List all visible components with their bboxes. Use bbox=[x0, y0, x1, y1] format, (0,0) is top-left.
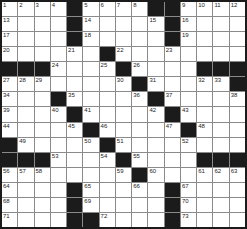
clue-number-12: 12 bbox=[231, 2, 238, 9]
cell-r7-c11[interactable]: 37 bbox=[165, 92, 180, 106]
cell-r9-c10[interactable] bbox=[148, 123, 163, 137]
clue-number-45: 45 bbox=[68, 123, 75, 130]
cell-r4-c15[interactable] bbox=[230, 47, 245, 61]
cell-r6-c1[interactable]: 27 bbox=[2, 77, 17, 91]
cell-r8-c14[interactable] bbox=[213, 107, 228, 121]
clue-number-40: 40 bbox=[52, 107, 59, 114]
cell-r9-c5[interactable]: 45 bbox=[67, 123, 82, 137]
cell-r5-c14 bbox=[213, 62, 228, 76]
cell-r12-c15[interactable]: 63 bbox=[230, 168, 245, 182]
cell-r3-c12[interactable]: 19 bbox=[181, 32, 196, 46]
cell-r11-c7[interactable]: 54 bbox=[100, 153, 115, 167]
cell-r10-c14[interactable] bbox=[213, 138, 228, 152]
clue-number-36: 36 bbox=[133, 92, 140, 99]
cell-r6-c8[interactable]: 30 bbox=[116, 77, 131, 91]
cell-r9-c15[interactable] bbox=[230, 123, 245, 137]
cell-r1-c13[interactable]: 10 bbox=[197, 2, 212, 16]
cell-r2-c14[interactable] bbox=[213, 17, 228, 31]
cell-r2-c13[interactable] bbox=[197, 17, 212, 31]
cell-r7-c13[interactable] bbox=[197, 92, 212, 106]
clue-number-35: 35 bbox=[68, 92, 75, 99]
cell-r1-c1[interactable]: 1 bbox=[2, 2, 17, 16]
cell-r4-c7 bbox=[100, 47, 115, 61]
clue-number-70: 70 bbox=[182, 198, 189, 205]
cell-r9-c4[interactable] bbox=[51, 123, 66, 137]
cell-r10-c11[interactable] bbox=[165, 138, 180, 152]
clue-number-37: 37 bbox=[166, 92, 173, 99]
cell-r9-c11[interactable]: 47 bbox=[165, 123, 180, 137]
cell-r9-c13[interactable]: 48 bbox=[197, 123, 212, 137]
cell-r4-c14[interactable] bbox=[213, 47, 228, 61]
cell-r15-c4[interactable] bbox=[51, 213, 66, 227]
cell-r2-c11 bbox=[165, 17, 180, 31]
clue-number-27: 27 bbox=[3, 77, 10, 84]
cell-r14-c6[interactable]: 69 bbox=[83, 198, 98, 212]
cell-r5-c3 bbox=[35, 62, 50, 76]
cell-r7-c6[interactable] bbox=[83, 92, 98, 106]
clue-number-3: 3 bbox=[36, 2, 39, 9]
clue-number-69: 69 bbox=[84, 198, 91, 205]
clue-number-41: 41 bbox=[84, 107, 91, 114]
cell-r15-c1[interactable]: 71 bbox=[2, 213, 17, 227]
cell-r11-c10[interactable] bbox=[148, 153, 163, 167]
cell-r8-c11 bbox=[165, 107, 180, 121]
cell-r14-c4[interactable] bbox=[51, 198, 66, 212]
cell-r3-c15[interactable] bbox=[230, 32, 245, 46]
clue-number-29: 29 bbox=[36, 77, 43, 84]
cell-r7-c10 bbox=[148, 92, 163, 106]
cell-r3-c6[interactable]: 18 bbox=[83, 32, 98, 46]
cell-r8-c15[interactable] bbox=[230, 107, 245, 121]
clue-number-20: 20 bbox=[3, 47, 10, 54]
clue-number-38: 38 bbox=[231, 92, 238, 99]
cell-r5-c8 bbox=[116, 62, 131, 76]
cell-r15-c14[interactable] bbox=[213, 213, 228, 227]
cell-r14-c1[interactable]: 68 bbox=[2, 198, 17, 212]
cell-r15-c13[interactable] bbox=[197, 213, 212, 227]
clue-number-34: 34 bbox=[3, 92, 10, 99]
clue-number-25: 25 bbox=[101, 62, 108, 69]
cell-r14-c9[interactable] bbox=[132, 198, 147, 212]
cell-r7-c14[interactable] bbox=[213, 92, 228, 106]
cell-r3-c8[interactable] bbox=[116, 32, 131, 46]
cell-r8-c13[interactable] bbox=[197, 107, 212, 121]
cell-r1-c4[interactable]: 4 bbox=[51, 2, 66, 16]
clue-number-50: 50 bbox=[84, 138, 91, 145]
cell-r15-c11 bbox=[165, 213, 180, 227]
clue-number-6: 6 bbox=[101, 2, 104, 9]
clue-number-53: 53 bbox=[52, 153, 59, 160]
cell-r10-c6[interactable]: 50 bbox=[83, 138, 98, 152]
cell-r4-c2[interactable] bbox=[18, 47, 33, 61]
cell-r1-c10 bbox=[148, 2, 163, 16]
cell-r15-c15[interactable] bbox=[230, 213, 245, 227]
cell-r6-c10[interactable]: 31 bbox=[148, 77, 163, 91]
cell-r11-c9[interactable]: 55 bbox=[132, 153, 147, 167]
clue-number-16: 16 bbox=[182, 17, 189, 24]
cell-r5-c10[interactable] bbox=[148, 62, 163, 76]
cell-r13-c8[interactable] bbox=[116, 183, 131, 197]
clue-number-55: 55 bbox=[133, 153, 140, 160]
cell-r2-c3[interactable] bbox=[35, 17, 50, 31]
cell-r3-c3[interactable] bbox=[35, 32, 50, 46]
cell-r8-c12[interactable]: 43 bbox=[181, 107, 196, 121]
cell-r1-c7[interactable]: 6 bbox=[100, 2, 115, 16]
clue-number-10: 10 bbox=[198, 2, 205, 9]
cell-r5-c15 bbox=[230, 62, 245, 76]
cell-r2-c10[interactable]: 15 bbox=[148, 17, 163, 31]
cell-r5-c4[interactable]: 24 bbox=[51, 62, 66, 76]
cell-r9-c3[interactable] bbox=[35, 123, 50, 137]
cell-r10-c8[interactable]: 51 bbox=[116, 138, 131, 152]
cell-r7-c15[interactable]: 38 bbox=[230, 92, 245, 106]
cell-r15-c3[interactable] bbox=[35, 213, 50, 227]
cell-r15-c7[interactable]: 72 bbox=[100, 213, 115, 227]
cell-r11-c2 bbox=[18, 153, 33, 167]
cell-r9-c8[interactable] bbox=[116, 123, 131, 137]
cell-r6-c6[interactable] bbox=[83, 77, 98, 91]
cell-r8-c7[interactable] bbox=[100, 107, 115, 121]
cell-r13-c10[interactable] bbox=[148, 183, 163, 197]
cell-r2-c2[interactable] bbox=[18, 17, 33, 31]
cell-r3-c5 bbox=[67, 32, 82, 46]
cell-r15-c9[interactable] bbox=[132, 213, 147, 227]
clue-number-42: 42 bbox=[149, 107, 156, 114]
cell-r12-c9 bbox=[132, 168, 147, 182]
clue-number-30: 30 bbox=[117, 77, 124, 84]
clue-number-9: 9 bbox=[182, 2, 185, 9]
cell-r4-c5[interactable]: 21 bbox=[67, 47, 82, 61]
cell-r14-c14[interactable] bbox=[213, 198, 228, 212]
cell-r5-c1 bbox=[2, 62, 17, 76]
cell-r10-c9[interactable] bbox=[132, 138, 147, 152]
cell-r10-c13[interactable] bbox=[197, 138, 212, 152]
cell-r2-c1[interactable]: 13 bbox=[2, 17, 17, 31]
cell-r13-c2[interactable] bbox=[18, 183, 33, 197]
cell-r4-c9[interactable] bbox=[132, 47, 147, 61]
cell-r12-c7[interactable] bbox=[100, 168, 115, 182]
cell-r12-c2[interactable]: 57 bbox=[18, 168, 33, 182]
clue-number-24: 24 bbox=[52, 62, 59, 69]
clue-number-2: 2 bbox=[19, 2, 22, 9]
cell-r12-c5[interactable] bbox=[67, 168, 82, 182]
clue-number-58: 58 bbox=[36, 168, 43, 175]
cell-r10-c3[interactable] bbox=[35, 138, 50, 152]
cell-r8-c1[interactable]: 39 bbox=[2, 107, 17, 121]
cell-r6-c5[interactable] bbox=[67, 77, 82, 91]
cell-r10-c2[interactable]: 49 bbox=[18, 138, 33, 152]
cell-r9-c1[interactable]: 44 bbox=[2, 123, 17, 137]
cell-r14-c12[interactable]: 70 bbox=[181, 198, 196, 212]
cell-r15-c10[interactable] bbox=[148, 213, 163, 227]
clue-number-54: 54 bbox=[101, 153, 108, 160]
cell-r12-c14[interactable]: 62 bbox=[213, 168, 228, 182]
crossword-grid: 1234567891011121314151617181920212223242… bbox=[0, 0, 247, 229]
clue-number-11: 11 bbox=[214, 2, 220, 9]
cell-r5-c11[interactable] bbox=[165, 62, 180, 76]
cell-r15-c8[interactable] bbox=[116, 213, 131, 227]
cell-r10-c12[interactable]: 52 bbox=[181, 138, 196, 152]
cell-r1-c15[interactable]: 12 bbox=[230, 2, 245, 16]
cell-r12-c6[interactable] bbox=[83, 168, 98, 182]
cell-r12-c10[interactable]: 60 bbox=[148, 168, 163, 182]
clue-number-61: 61 bbox=[198, 168, 205, 175]
cell-r9-c12 bbox=[181, 123, 196, 137]
clue-number-19: 19 bbox=[182, 32, 189, 39]
cell-r2-c9[interactable] bbox=[132, 17, 147, 31]
cell-r4-c10[interactable] bbox=[148, 47, 163, 61]
cell-r1-c11 bbox=[165, 2, 180, 16]
cell-r15-c6 bbox=[83, 213, 98, 227]
clue-number-65: 65 bbox=[84, 183, 91, 190]
cell-r6-c12[interactable] bbox=[181, 77, 196, 91]
cell-r12-c1[interactable]: 56 bbox=[2, 168, 17, 182]
cell-r13-c6[interactable]: 65 bbox=[83, 183, 98, 197]
clue-number-18: 18 bbox=[84, 32, 91, 39]
clue-number-26: 26 bbox=[133, 62, 140, 69]
clue-number-51: 51 bbox=[117, 138, 124, 145]
cell-r5-c12[interactable] bbox=[181, 62, 196, 76]
clue-number-62: 62 bbox=[214, 168, 221, 175]
cell-r2-c5 bbox=[67, 17, 82, 31]
cell-r14-c5 bbox=[67, 198, 82, 212]
clue-number-5: 5 bbox=[84, 2, 87, 9]
cell-r7-c3[interactable] bbox=[35, 92, 50, 106]
cell-r15-c12[interactable]: 73 bbox=[181, 213, 196, 227]
cell-r8-c9[interactable] bbox=[132, 107, 147, 121]
cell-r3-c4[interactable] bbox=[51, 32, 66, 46]
cell-r14-c11 bbox=[165, 198, 180, 212]
cell-r13-c3[interactable] bbox=[35, 183, 50, 197]
cell-r4-c6[interactable] bbox=[83, 47, 98, 61]
cell-r3-c10[interactable] bbox=[148, 32, 163, 46]
cell-r11-c6[interactable] bbox=[83, 153, 98, 167]
clue-number-33: 33 bbox=[214, 77, 221, 84]
cell-r2-c12[interactable]: 16 bbox=[181, 17, 196, 31]
cell-r15-c2[interactable] bbox=[18, 213, 33, 227]
cell-r13-c5 bbox=[67, 183, 82, 197]
cell-r13-c14[interactable] bbox=[213, 183, 228, 197]
cell-r4-c11[interactable]: 23 bbox=[165, 47, 180, 61]
cell-r13-c11 bbox=[165, 183, 180, 197]
cell-r11-c12[interactable] bbox=[181, 153, 196, 167]
clue-number-7: 7 bbox=[117, 2, 120, 9]
clue-number-73: 73 bbox=[182, 213, 189, 220]
cell-r2-c15[interactable] bbox=[230, 17, 245, 31]
cell-r6-c13[interactable]: 32 bbox=[197, 77, 212, 91]
cell-r1-c8[interactable]: 7 bbox=[116, 2, 131, 16]
clue-number-31: 31 bbox=[149, 77, 156, 84]
cell-r1-c14[interactable]: 11 bbox=[213, 2, 228, 16]
cell-r13-c13[interactable] bbox=[197, 183, 212, 197]
cell-r12-c3[interactable]: 58 bbox=[35, 168, 50, 182]
cell-r6-c2[interactable]: 28 bbox=[18, 77, 33, 91]
cell-r13-c12[interactable]: 67 bbox=[181, 183, 196, 197]
clue-number-66: 66 bbox=[133, 183, 140, 190]
cell-r6-c11[interactable] bbox=[165, 77, 180, 91]
cell-r11-c4[interactable]: 53 bbox=[51, 153, 66, 167]
clue-number-48: 48 bbox=[198, 123, 205, 130]
cell-r4-c12[interactable] bbox=[181, 47, 196, 61]
cell-r10-c7 bbox=[100, 138, 115, 152]
cell-r9-c7[interactable]: 46 bbox=[100, 123, 115, 137]
cell-r1-c3[interactable]: 3 bbox=[35, 2, 50, 16]
cell-r11-c15 bbox=[230, 153, 245, 167]
cell-r7-c8[interactable] bbox=[116, 92, 131, 106]
clue-number-4: 4 bbox=[52, 2, 55, 9]
cell-r6-c4[interactable] bbox=[51, 77, 66, 91]
cell-r8-c3[interactable] bbox=[35, 107, 50, 121]
clue-number-13: 13 bbox=[3, 17, 10, 24]
cell-r4-c4[interactable] bbox=[51, 47, 66, 61]
cell-r14-c7[interactable] bbox=[100, 198, 115, 212]
clue-number-56: 56 bbox=[3, 168, 10, 175]
clue-number-47: 47 bbox=[166, 123, 173, 130]
cell-r3-c9[interactable] bbox=[132, 32, 147, 46]
cell-r5-c5[interactable] bbox=[67, 62, 82, 76]
cell-r3-c2[interactable] bbox=[18, 32, 33, 46]
clue-number-8: 8 bbox=[133, 2, 136, 9]
cell-r3-c13[interactable] bbox=[197, 32, 212, 46]
cell-r6-c7[interactable] bbox=[100, 77, 115, 91]
cell-r12-c13[interactable]: 61 bbox=[197, 168, 212, 182]
cell-r10-c10[interactable] bbox=[148, 138, 163, 152]
cell-r5-c7[interactable]: 25 bbox=[100, 62, 115, 76]
cell-r14-c13[interactable] bbox=[197, 198, 212, 212]
cell-r8-c2[interactable] bbox=[18, 107, 33, 121]
cell-r8-c6[interactable]: 41 bbox=[83, 107, 98, 121]
cell-r7-c12[interactable] bbox=[181, 92, 196, 106]
cell-r11-c5[interactable] bbox=[67, 153, 82, 167]
cell-r2-c7[interactable] bbox=[100, 17, 115, 31]
cell-r14-c8[interactable] bbox=[116, 198, 131, 212]
clue-number-64: 64 bbox=[3, 183, 10, 190]
clue-number-39: 39 bbox=[3, 107, 10, 114]
cell-r6-c9 bbox=[132, 77, 147, 91]
cell-r9-c6 bbox=[83, 123, 98, 137]
cell-r13-c1[interactable]: 64 bbox=[2, 183, 17, 197]
cell-r2-c8[interactable] bbox=[116, 17, 131, 31]
cell-r12-c11[interactable] bbox=[165, 168, 180, 182]
cell-r8-c8[interactable] bbox=[116, 107, 131, 121]
cell-r14-c10[interactable] bbox=[148, 198, 163, 212]
cell-r9-c2[interactable] bbox=[18, 123, 33, 137]
clue-number-46: 46 bbox=[101, 123, 108, 130]
cell-r7-c1[interactable]: 34 bbox=[2, 92, 17, 106]
cell-r1-c9[interactable]: 8 bbox=[132, 2, 147, 16]
cell-r3-c11 bbox=[165, 32, 180, 46]
cell-r2-c4[interactable] bbox=[51, 17, 66, 31]
cell-r11-c11[interactable] bbox=[165, 153, 180, 167]
cell-r1-c5 bbox=[67, 2, 82, 16]
clue-number-52: 52 bbox=[182, 138, 189, 145]
cell-r6-c15 bbox=[230, 77, 245, 91]
clue-number-22: 22 bbox=[117, 47, 124, 54]
cell-r4-c3[interactable] bbox=[35, 47, 50, 61]
cell-r7-c4 bbox=[51, 92, 66, 106]
cell-r4-c1[interactable]: 20 bbox=[2, 47, 17, 61]
cell-r9-c9[interactable] bbox=[132, 123, 147, 137]
clue-number-57: 57 bbox=[19, 168, 26, 175]
cell-r15-c5 bbox=[67, 213, 82, 227]
cell-r13-c15[interactable] bbox=[230, 183, 245, 197]
cell-r7-c5[interactable]: 35 bbox=[67, 92, 82, 106]
cell-r12-c4[interactable] bbox=[51, 168, 66, 182]
cell-r5-c9[interactable]: 26 bbox=[132, 62, 147, 76]
clue-number-59: 59 bbox=[117, 168, 124, 175]
cell-r11-c8 bbox=[116, 153, 131, 167]
cell-r12-c12[interactable] bbox=[181, 168, 196, 182]
cell-r10-c4[interactable] bbox=[51, 138, 66, 152]
clue-number-72: 72 bbox=[101, 213, 108, 220]
cell-r14-c2[interactable] bbox=[18, 198, 33, 212]
cell-r13-c4[interactable] bbox=[51, 183, 66, 197]
cell-r11-c1 bbox=[2, 153, 17, 167]
cell-r6-c14[interactable]: 33 bbox=[213, 77, 228, 91]
cell-r7-c9[interactable]: 36 bbox=[132, 92, 147, 106]
clue-number-15: 15 bbox=[149, 17, 156, 24]
clue-number-14: 14 bbox=[84, 17, 91, 24]
cell-r1-c12[interactable]: 9 bbox=[181, 2, 196, 16]
cell-r7-c7[interactable] bbox=[100, 92, 115, 106]
cell-r11-c13 bbox=[197, 153, 212, 167]
clue-number-60: 60 bbox=[149, 168, 156, 175]
cell-r3-c14[interactable] bbox=[213, 32, 228, 46]
clue-number-23: 23 bbox=[166, 47, 173, 54]
clue-number-68: 68 bbox=[3, 198, 10, 205]
cell-r7-c2[interactable] bbox=[18, 92, 33, 106]
cell-r10-c15[interactable] bbox=[230, 138, 245, 152]
cell-r4-c13[interactable] bbox=[197, 47, 212, 61]
cell-r5-c6[interactable] bbox=[83, 62, 98, 76]
cell-r4-c8[interactable]: 22 bbox=[116, 47, 131, 61]
clue-number-44: 44 bbox=[3, 123, 10, 130]
clue-number-43: 43 bbox=[182, 107, 189, 114]
cell-r12-c8[interactable]: 59 bbox=[116, 168, 131, 182]
clue-number-28: 28 bbox=[19, 77, 26, 84]
cell-r3-c1[interactable]: 17 bbox=[2, 32, 17, 46]
clue-number-71: 71 bbox=[3, 213, 10, 220]
clue-number-21: 21 bbox=[68, 47, 75, 54]
clue-number-63: 63 bbox=[231, 168, 238, 175]
clue-number-49: 49 bbox=[19, 138, 26, 145]
cell-r6-c3[interactable]: 29 bbox=[35, 77, 50, 91]
clue-number-67: 67 bbox=[182, 183, 189, 190]
cell-r13-c7[interactable] bbox=[100, 183, 115, 197]
cell-r11-c3 bbox=[35, 153, 50, 167]
cell-r8-c4[interactable]: 40 bbox=[51, 107, 66, 121]
clue-number-32: 32 bbox=[198, 77, 205, 84]
cell-r14-c15[interactable] bbox=[230, 198, 245, 212]
cell-r9-c14[interactable] bbox=[213, 123, 228, 137]
cell-r2-c6[interactable]: 14 bbox=[83, 17, 98, 31]
cell-r14-c3[interactable] bbox=[35, 198, 50, 212]
cell-r1-c6[interactable]: 5 bbox=[83, 2, 98, 16]
cell-r10-c5[interactable] bbox=[67, 138, 82, 152]
cell-r8-c5 bbox=[67, 107, 82, 121]
cell-r13-c9[interactable]: 66 bbox=[132, 183, 147, 197]
cell-r1-c2[interactable]: 2 bbox=[18, 2, 33, 16]
cell-r10-c1 bbox=[2, 138, 17, 152]
cell-r5-c13 bbox=[197, 62, 212, 76]
cell-r3-c7[interactable] bbox=[100, 32, 115, 46]
clue-number-1: 1 bbox=[3, 2, 6, 9]
cell-r11-c14 bbox=[213, 153, 228, 167]
clue-number-17: 17 bbox=[3, 32, 10, 39]
cell-r8-c10[interactable]: 42 bbox=[148, 107, 163, 121]
cell-r5-c2 bbox=[18, 62, 33, 76]
